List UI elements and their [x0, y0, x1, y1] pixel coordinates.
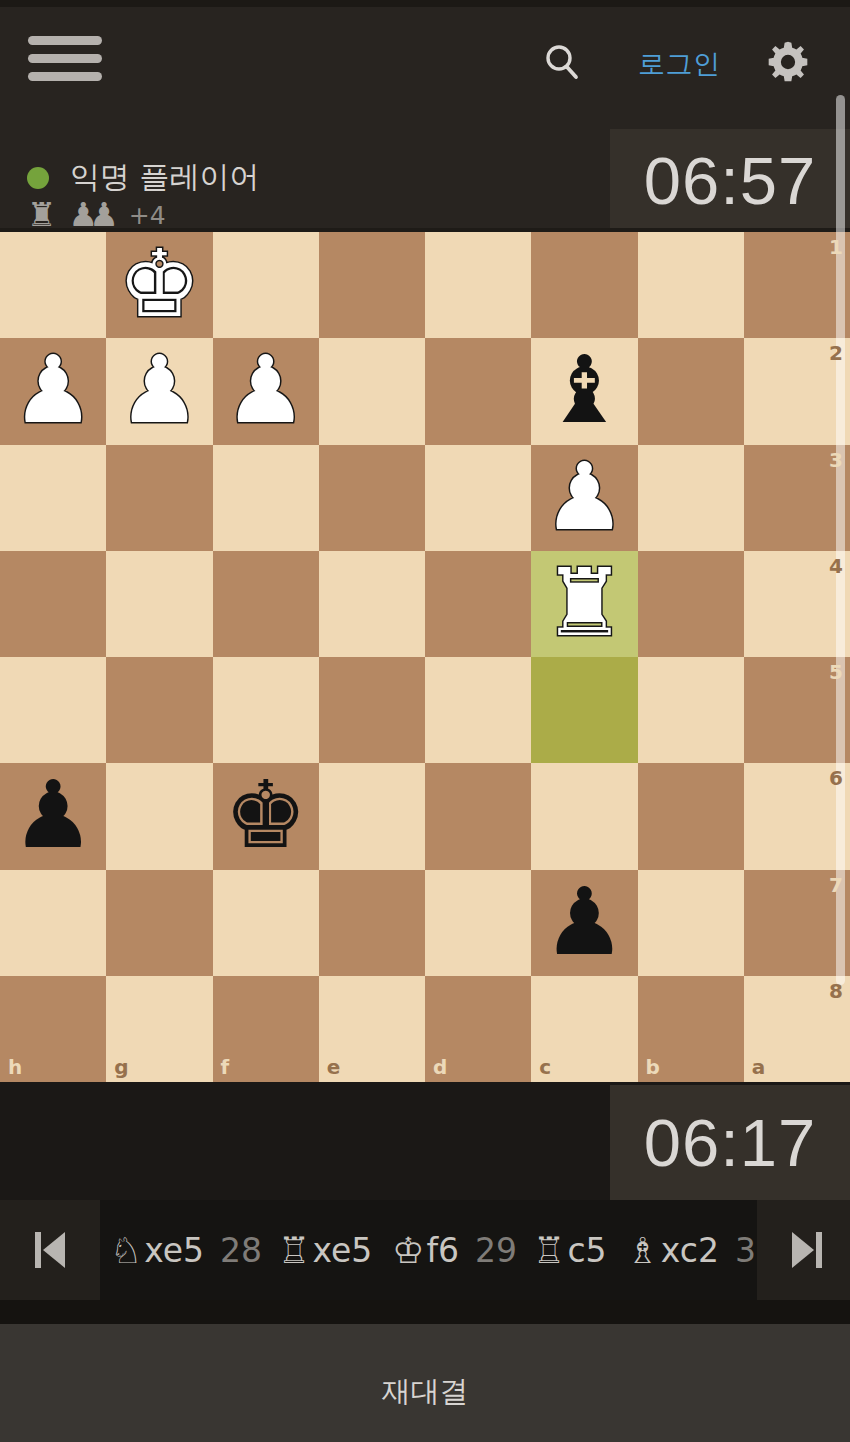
rank-label: 7: [829, 873, 843, 897]
square-b5[interactable]: [638, 657, 744, 763]
player-top-name: 익명 플레이어: [70, 157, 260, 198]
black-pawn[interactable]: ♟: [531, 870, 637, 976]
go-to-start-icon[interactable]: [0, 1200, 100, 1300]
square-h6[interactable]: ♟: [0, 763, 106, 869]
move-number: 30: [729, 1200, 757, 1300]
square-b3[interactable]: [638, 445, 744, 551]
move-Bxc2[interactable]: ♗xc2: [617, 1200, 729, 1300]
white-rook[interactable]: ♜: [531, 551, 637, 657]
square-h2[interactable]: ♟: [0, 338, 106, 444]
square-h1[interactable]: [0, 232, 106, 338]
square-e1[interactable]: [319, 232, 425, 338]
rank-label: 5: [829, 660, 843, 684]
square-b7[interactable]: [638, 870, 744, 976]
square-e4[interactable]: [319, 551, 425, 657]
square-d6[interactable]: [425, 763, 531, 869]
square-g7[interactable]: [106, 870, 212, 976]
white-pawn[interactable]: ♟: [0, 338, 106, 444]
black-king[interactable]: ♚: [213, 763, 319, 869]
file-label: h: [8, 1055, 22, 1079]
king-move-icon: ♔: [392, 1230, 424, 1271]
square-d1[interactable]: [425, 232, 531, 338]
rematch-button[interactable]: 재대결: [0, 1324, 850, 1442]
square-h3[interactable]: [0, 445, 106, 551]
move-Rxe5[interactable]: ♖xe5: [268, 1200, 382, 1300]
top-bar: 로그인: [0, 0, 850, 115]
rank-label: 2: [829, 341, 843, 365]
move-Nxe5[interactable]: ♘xe5: [100, 1200, 214, 1300]
file-label: b: [646, 1055, 660, 1079]
rank-label: 6: [829, 766, 843, 790]
rank-label: 8: [829, 979, 843, 1003]
square-e8[interactable]: e: [319, 976, 425, 1082]
square-e6[interactable]: [319, 763, 425, 869]
square-h5[interactable]: [0, 657, 106, 763]
square-h4[interactable]: [0, 551, 106, 657]
square-g4[interactable]: [106, 551, 212, 657]
square-f3[interactable]: [213, 445, 319, 551]
page-scrollbar[interactable]: [836, 95, 845, 985]
rank-label: 4: [829, 554, 843, 578]
square-b6[interactable]: [638, 763, 744, 869]
black-bishop[interactable]: ♝: [531, 338, 637, 444]
square-g6[interactable]: [106, 763, 212, 869]
square-c3[interactable]: ♟: [531, 445, 637, 551]
move-list: ♘xe528♖xe5♔f629♖c5♗xc230♖xc41-0: [100, 1200, 757, 1300]
rank-label: 1: [829, 235, 843, 259]
square-f2[interactable]: ♟: [213, 338, 319, 444]
square-a8[interactable]: 8a: [744, 976, 850, 1082]
clock-bottom: 06:17: [610, 1085, 850, 1200]
square-d5[interactable]: [425, 657, 531, 763]
square-g1[interactable]: ♚: [106, 232, 212, 338]
rank-label: 3: [829, 448, 843, 472]
move-number: 29: [469, 1200, 523, 1300]
file-label: e: [327, 1055, 341, 1079]
square-c7[interactable]: ♟: [531, 870, 637, 976]
file-label: g: [114, 1055, 128, 1079]
clock-top-time: 06:57: [644, 142, 817, 219]
square-b4[interactable]: [638, 551, 744, 657]
square-f8[interactable]: f: [213, 976, 319, 1082]
login-link[interactable]: 로그인: [638, 46, 721, 82]
square-d7[interactable]: [425, 870, 531, 976]
square-g2[interactable]: ♟: [106, 338, 212, 444]
clock-top: 06:57: [610, 129, 850, 232]
file-label: a: [752, 1055, 766, 1079]
chess-board[interactable]: ♚1♟♟♟♝2♟3♜45♟♚6♟7hgfedcb8a: [0, 232, 850, 1082]
file-label: d: [433, 1055, 447, 1079]
file-label: c: [539, 1055, 551, 1079]
square-a2[interactable]: 2: [744, 338, 850, 444]
file-label: f: [221, 1055, 230, 1079]
square-e7[interactable]: [319, 870, 425, 976]
go-to-end-icon[interactable]: [757, 1200, 850, 1300]
square-f6[interactable]: ♚: [213, 763, 319, 869]
knight-move-icon: ♘: [110, 1230, 142, 1271]
rook-move-icon: ♖: [533, 1230, 565, 1271]
white-pawn[interactable]: ♟: [213, 338, 319, 444]
square-b1[interactable]: [638, 232, 744, 338]
move-bar: ♘xe528♖xe5♔f629♖c5♗xc230♖xc41-0: [0, 1200, 850, 1300]
square-a1[interactable]: 1: [744, 232, 850, 338]
square-g3[interactable]: [106, 445, 212, 551]
footer-divider: [0, 1300, 850, 1324]
move-Rc5[interactable]: ♖c5: [523, 1200, 616, 1300]
lichess-mobile-app: 로그인 익명 플레이어 ♜♟♟ +4 06:57 ♚1♟♟♟♝2♟3♜45♟♚6…: [0, 0, 850, 1442]
square-f7[interactable]: [213, 870, 319, 976]
square-c2[interactable]: ♝: [531, 338, 637, 444]
square-a6[interactable]: 6: [744, 763, 850, 869]
rematch-label: 재대결: [382, 1372, 469, 1412]
square-f4[interactable]: [213, 551, 319, 657]
white-pawn[interactable]: ♟: [531, 445, 637, 551]
square-e2[interactable]: [319, 338, 425, 444]
hamburger-menu-icon[interactable]: [28, 36, 102, 82]
white-pawn[interactable]: ♟: [106, 338, 212, 444]
square-f1[interactable]: [213, 232, 319, 338]
move-number: 28: [214, 1200, 268, 1300]
bishop-move-icon: ♗: [627, 1230, 659, 1271]
square-d2[interactable]: [425, 338, 531, 444]
square-c1[interactable]: [531, 232, 637, 338]
search-icon[interactable]: [540, 40, 584, 84]
clock-bottom-time: 06:17: [644, 1104, 817, 1181]
square-d8[interactable]: d: [425, 976, 531, 1082]
square-a4[interactable]: 4: [744, 551, 850, 657]
player-top: 익명 플레이어: [27, 157, 260, 198]
square-e3[interactable]: [319, 445, 425, 551]
square-e5[interactable]: [319, 657, 425, 763]
square-a3[interactable]: 3: [744, 445, 850, 551]
square-g8[interactable]: g: [106, 976, 212, 1082]
material-advantage: +4: [129, 201, 166, 230]
square-c8[interactable]: c: [531, 976, 637, 1082]
square-a5[interactable]: 5: [744, 657, 850, 763]
gear-icon[interactable]: [766, 40, 810, 84]
square-h7[interactable]: [0, 870, 106, 976]
white-king[interactable]: ♚: [106, 232, 212, 338]
online-status-dot: [27, 167, 49, 189]
square-b2[interactable]: [638, 338, 744, 444]
move-Kf6[interactable]: ♔f6: [382, 1200, 469, 1300]
square-b8[interactable]: b: [638, 976, 744, 1082]
square-d3[interactable]: [425, 445, 531, 551]
black-pawn[interactable]: ♟: [0, 763, 106, 869]
square-g5[interactable]: [106, 657, 212, 763]
rook-move-icon: ♖: [278, 1230, 310, 1271]
square-c6[interactable]: [531, 763, 637, 869]
square-c5[interactable]: [531, 657, 637, 763]
square-d4[interactable]: [425, 551, 531, 657]
square-f5[interactable]: [213, 657, 319, 763]
square-c4[interactable]: ♜: [531, 551, 637, 657]
square-h8[interactable]: h: [0, 976, 106, 1082]
square-a7[interactable]: 7: [744, 870, 850, 976]
